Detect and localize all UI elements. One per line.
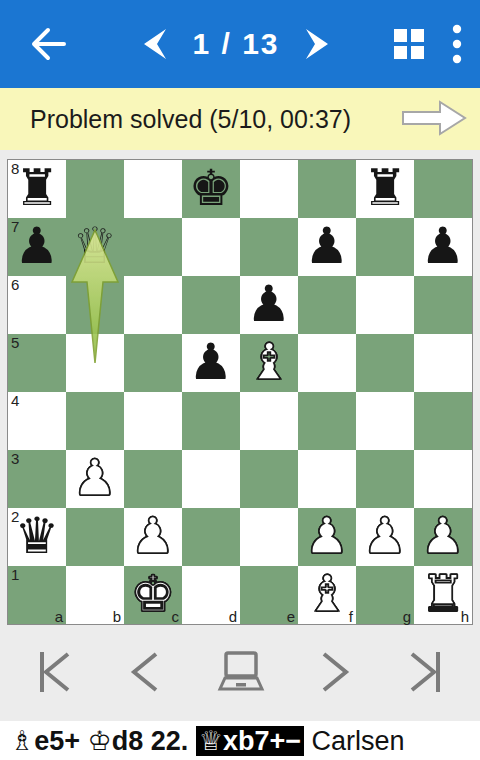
square-d5[interactable]: ♟	[182, 334, 240, 392]
pager: 1 / 13	[78, 26, 394, 62]
square-g7[interactable]	[356, 218, 414, 276]
square-b3[interactable]: ♟	[66, 450, 124, 508]
rank-label-8: 8	[11, 160, 19, 177]
black-rook-a8: ♜	[8, 160, 66, 218]
chevron-right-icon	[306, 645, 360, 699]
square-c3[interactable]	[124, 450, 182, 508]
square-e8[interactable]	[240, 160, 298, 218]
rank-label-1: 1	[11, 566, 19, 583]
white-bishop-f1: ♝	[298, 566, 356, 624]
square-f3[interactable]	[298, 450, 356, 508]
white-king-c1: ♚	[124, 566, 182, 624]
white-pawn-f2: ♟	[298, 508, 356, 566]
black-pawn-a7: ♟	[8, 218, 66, 276]
square-a3[interactable]: 3	[8, 450, 66, 508]
file-label-h: h	[461, 609, 469, 625]
square-f1[interactable]: ♝f	[298, 566, 356, 624]
white-pawn-b3: ♟	[66, 450, 124, 508]
next-move-button[interactable]	[306, 645, 360, 699]
square-h1[interactable]: ♜h	[414, 566, 472, 624]
banner-next-button[interactable]	[400, 99, 468, 140]
next-problem-button[interactable]	[304, 26, 332, 62]
black-pawn-e6: ♟	[240, 276, 298, 334]
square-b8[interactable]	[66, 160, 124, 218]
square-c6[interactable]	[124, 276, 182, 334]
square-h5[interactable]	[414, 334, 472, 392]
white-rook-h1: ♜	[414, 566, 472, 624]
file-label-g: g	[403, 609, 411, 625]
square-d4[interactable]	[182, 392, 240, 450]
black-rook-g8: ♜	[356, 160, 414, 218]
square-f5[interactable]	[298, 334, 356, 392]
white-pawn-c2: ♟	[124, 508, 182, 566]
square-g6[interactable]	[356, 276, 414, 334]
previous-arrow-icon	[140, 26, 168, 62]
black-queen-a2: ♛	[8, 508, 66, 566]
board: ♜8♚♜♟7♕♟♟6♟5♟♝43♟♛2♟♟♟♟1ab♚cde♝fg♜h	[8, 160, 472, 624]
skip-to-end-icon	[397, 645, 451, 699]
rank-label-7: 7	[11, 218, 19, 235]
square-c2[interactable]: ♟	[124, 508, 182, 566]
black-king-d8: ♚	[182, 160, 240, 218]
square-d6[interactable]	[182, 276, 240, 334]
square-d3[interactable]	[182, 450, 240, 508]
square-b1[interactable]: b	[66, 566, 124, 624]
notation-segment[interactable]: ♗e5+	[10, 726, 80, 756]
next-white-arrow-icon	[400, 99, 468, 140]
back-button[interactable]	[18, 22, 78, 66]
square-a6[interactable]: 6	[8, 276, 66, 334]
notation-line1: ♗e5+ ♔d8 22. ♕xb7+− Carlsen	[10, 724, 470, 758]
file-label-a: a	[55, 609, 63, 625]
square-c8[interactable]	[124, 160, 182, 218]
square-c7[interactable]	[124, 218, 182, 276]
page-indicator: 1 / 13	[192, 27, 279, 61]
white-pawn-h2: ♟	[414, 508, 472, 566]
square-d2[interactable]	[182, 508, 240, 566]
square-b2[interactable]	[66, 508, 124, 566]
square-e7[interactable]	[240, 218, 298, 276]
notation-segment[interactable]: ♕xb7+−	[196, 726, 304, 756]
square-h2[interactable]: ♟	[414, 508, 472, 566]
square-e3[interactable]	[240, 450, 298, 508]
skip-to-start-icon	[29, 645, 83, 699]
square-e1[interactable]: e	[240, 566, 298, 624]
previous-move-button[interactable]	[120, 645, 174, 699]
square-a7[interactable]: ♟7	[8, 218, 66, 276]
square-b7[interactable]: ♕	[66, 218, 124, 276]
square-e4[interactable]	[240, 392, 298, 450]
rank-label-5: 5	[11, 334, 19, 351]
square-c1[interactable]: ♚c	[124, 566, 182, 624]
next-arrow-icon	[304, 26, 332, 62]
notation-segment[interactable]: Carlsen	[304, 726, 405, 756]
square-b4[interactable]	[66, 392, 124, 450]
file-label-c: c	[172, 609, 180, 625]
status-banner: Problem solved (5/10, 00:37)	[0, 88, 480, 150]
square-f8[interactable]	[298, 160, 356, 218]
black-pawn-h7: ♟	[414, 218, 472, 276]
rank-label-4: 4	[11, 392, 19, 409]
square-b5[interactable]	[66, 334, 124, 392]
file-label-d: d	[229, 609, 237, 625]
square-e5[interactable]: ♝	[240, 334, 298, 392]
rank-label-3: 3	[11, 450, 19, 467]
laptop-icon	[211, 645, 269, 699]
board-wrap: ♜8♚♜♟7♕♟♟6♟5♟♝43♟♛2♟♟♟♟1ab♚cde♝fg♜h	[7, 159, 473, 625]
board-area: ♜8♚♜♟7♕♟♟6♟5♟♝43♟♛2♟♟♟♟1ab♚cde♝fg♜h	[0, 159, 480, 721]
square-d8[interactable]: ♚	[182, 160, 240, 218]
engine-analysis-button[interactable]	[211, 645, 269, 699]
status-banner-text: Problem solved (5/10, 00:37)	[30, 105, 400, 134]
square-a4[interactable]: 4	[8, 392, 66, 450]
rank-label-6: 6	[11, 276, 19, 293]
chevron-left-icon	[120, 645, 174, 699]
app-bar-actions	[394, 22, 462, 66]
square-b6[interactable]	[66, 276, 124, 334]
app-bar: 1 / 13	[0, 0, 480, 88]
square-g8[interactable]: ♜	[356, 160, 414, 218]
file-label-f: f	[349, 609, 353, 625]
white-bishop-e5: ♝	[240, 334, 298, 392]
notation-segment[interactable]	[80, 726, 88, 756]
square-g4[interactable]	[356, 392, 414, 450]
square-g5[interactable]	[356, 334, 414, 392]
move-nav-bar	[0, 645, 480, 699]
notation-segment[interactable]: ♔d8	[88, 726, 144, 756]
three-dots-icon	[452, 22, 462, 66]
square-f2[interactable]: ♟	[298, 508, 356, 566]
square-a1[interactable]: 1a	[8, 566, 66, 624]
go-to-start-button[interactable]	[29, 645, 83, 699]
square-h6[interactable]	[414, 276, 472, 334]
white-queen-b7: ♕	[66, 218, 124, 276]
square-h4[interactable]	[414, 392, 472, 450]
problem-grid-button[interactable]	[394, 29, 424, 59]
file-label-e: e	[287, 609, 295, 625]
square-h8[interactable]	[414, 160, 472, 218]
square-f7[interactable]: ♟	[298, 218, 356, 276]
square-a5[interactable]: 5	[8, 334, 66, 392]
square-f6[interactable]	[298, 276, 356, 334]
square-a2[interactable]: ♛2	[8, 508, 66, 566]
square-e6[interactable]: ♟	[240, 276, 298, 334]
black-pawn-f7: ♟	[298, 218, 356, 276]
black-pawn-d5: ♟	[182, 334, 240, 392]
back-arrow-icon	[26, 22, 70, 66]
square-e2[interactable]	[240, 508, 298, 566]
rank-label-2: 2	[11, 508, 19, 525]
square-c4[interactable]	[124, 392, 182, 450]
grid-icon	[394, 29, 424, 59]
square-f4[interactable]	[298, 392, 356, 450]
notation-panel: ♗e5+ ♔d8 22. ♕xb7+− Carlsen Magnus (NOR)…	[0, 721, 480, 760]
go-to-end-button[interactable]	[397, 645, 451, 699]
square-g1[interactable]: g	[356, 566, 414, 624]
notation-segment[interactable]: 22.	[143, 726, 196, 756]
square-g3[interactable]	[356, 450, 414, 508]
overflow-menu-button[interactable]	[452, 22, 462, 66]
file-label-b: b	[113, 609, 121, 625]
square-d1[interactable]: d	[182, 566, 240, 624]
white-pawn-g2: ♟	[356, 508, 414, 566]
square-d7[interactable]	[182, 218, 240, 276]
square-h7[interactable]: ♟	[414, 218, 472, 276]
square-g2[interactable]: ♟	[356, 508, 414, 566]
square-c5[interactable]	[124, 334, 182, 392]
previous-problem-button[interactable]	[140, 26, 168, 62]
square-h3[interactable]	[414, 450, 472, 508]
square-a8[interactable]: ♜8	[8, 160, 66, 218]
